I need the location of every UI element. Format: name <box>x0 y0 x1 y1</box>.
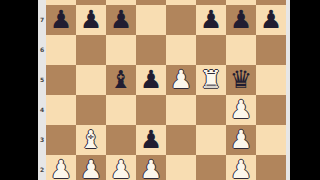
square-a2[interactable]: ♟ <box>46 155 76 180</box>
square-a6[interactable] <box>46 35 76 65</box>
square-b6[interactable] <box>76 35 106 65</box>
square-b7[interactable]: ♟ <box>76 5 106 35</box>
square-g4[interactable]: ♟ <box>226 95 256 125</box>
square-f5[interactable]: ♜ <box>196 65 226 95</box>
rank-label-3: 3 <box>38 136 46 144</box>
square-a5[interactable] <box>46 65 76 95</box>
square-c6[interactable] <box>106 35 136 65</box>
black-pawn-piece: ♟ <box>260 5 282 35</box>
square-c7[interactable]: ♟ <box>106 5 136 35</box>
square-h5[interactable] <box>256 65 286 95</box>
square-h6[interactable] <box>256 35 286 65</box>
square-d5[interactable]: ♟ <box>136 65 166 95</box>
square-b5[interactable] <box>76 65 106 95</box>
black-pawn-piece: ♟ <box>140 125 162 155</box>
square-e6[interactable] <box>166 35 196 65</box>
square-f7[interactable]: ♟ <box>196 5 226 35</box>
square-g3[interactable]: ♟ <box>226 125 256 155</box>
square-e5[interactable]: ♟ <box>166 65 196 95</box>
white-pawn-piece: ♟ <box>110 155 132 180</box>
square-e2[interactable] <box>166 155 196 180</box>
square-a7[interactable]: ♟ <box>46 5 76 35</box>
white-pawn-piece: ♟ <box>80 155 102 180</box>
square-e7[interactable] <box>166 5 196 35</box>
white-pawn-piece: ♟ <box>170 65 192 95</box>
chess-diagram-frame: 87654321♜♚♜♟♟♟♟♟♟♝♟♟♜♛♟♝♟♟♟♟♟♟♟ <box>0 0 320 180</box>
square-b2[interactable]: ♟ <box>76 155 106 180</box>
white-pawn-piece: ♟ <box>230 125 252 155</box>
white-pawn-piece: ♟ <box>230 155 252 180</box>
rank-label-6: 6 <box>38 46 46 54</box>
square-c2[interactable]: ♟ <box>106 155 136 180</box>
square-d7[interactable] <box>136 5 166 35</box>
black-pawn-piece: ♟ <box>230 5 252 35</box>
square-f4[interactable] <box>196 95 226 125</box>
white-pawn-piece: ♟ <box>230 95 252 125</box>
black-pawn-piece: ♟ <box>200 5 222 35</box>
rank-label-4: 4 <box>38 106 46 114</box>
square-h4[interactable] <box>256 95 286 125</box>
square-f6[interactable] <box>196 35 226 65</box>
square-d2[interactable]: ♟ <box>136 155 166 180</box>
black-queen-piece: ♛ <box>230 65 252 95</box>
square-g5[interactable]: ♛ <box>226 65 256 95</box>
black-bishop-piece: ♝ <box>110 65 132 95</box>
square-a3[interactable] <box>46 125 76 155</box>
square-f2[interactable] <box>196 155 226 180</box>
rank-label-5: 5 <box>38 76 46 84</box>
chess-board: ♜♚♜♟♟♟♟♟♟♝♟♟♜♛♟♝♟♟♟♟♟♟♟ <box>46 0 286 180</box>
square-b4[interactable] <box>76 95 106 125</box>
board-area: 87654321♜♚♜♟♟♟♟♟♟♝♟♟♜♛♟♝♟♟♟♟♟♟♟ <box>38 0 290 180</box>
rank-label-2: 2 <box>38 166 46 174</box>
square-h7[interactable]: ♟ <box>256 5 286 35</box>
white-rook-piece: ♜ <box>200 65 222 95</box>
square-g6[interactable] <box>226 35 256 65</box>
white-bishop-piece: ♝ <box>80 125 102 155</box>
square-g7[interactable]: ♟ <box>226 5 256 35</box>
rank-label-gutter <box>38 0 46 180</box>
square-e4[interactable] <box>166 95 196 125</box>
square-a4[interactable] <box>46 95 76 125</box>
square-f3[interactable] <box>196 125 226 155</box>
square-e3[interactable] <box>166 125 196 155</box>
square-d6[interactable] <box>136 35 166 65</box>
white-pawn-piece: ♟ <box>50 155 72 180</box>
square-c4[interactable] <box>106 95 136 125</box>
black-pawn-piece: ♟ <box>80 5 102 35</box>
square-d4[interactable] <box>136 95 166 125</box>
black-pawn-piece: ♟ <box>50 5 72 35</box>
black-pawn-piece: ♟ <box>140 65 162 95</box>
white-pawn-piece: ♟ <box>140 155 162 180</box>
square-c5[interactable]: ♝ <box>106 65 136 95</box>
square-d3[interactable]: ♟ <box>136 125 166 155</box>
black-pawn-piece: ♟ <box>110 5 132 35</box>
square-c3[interactable] <box>106 125 136 155</box>
square-h2[interactable] <box>256 155 286 180</box>
rank-label-7: 7 <box>38 16 46 24</box>
square-b3[interactable]: ♝ <box>76 125 106 155</box>
square-g2[interactable]: ♟ <box>226 155 256 180</box>
square-h3[interactable] <box>256 125 286 155</box>
board-right-border <box>286 0 290 180</box>
